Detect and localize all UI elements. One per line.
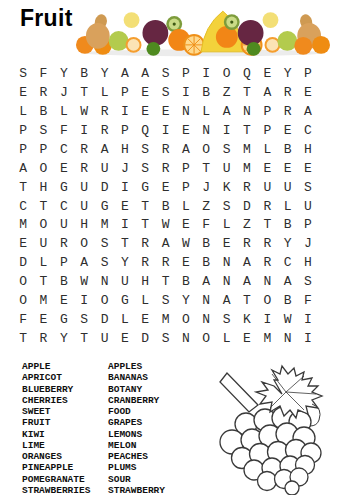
grid-cell: T xyxy=(13,178,33,197)
grid-cell: M xyxy=(33,291,53,310)
grid-cell: A xyxy=(74,253,94,272)
grid-cell: L xyxy=(13,102,33,121)
grid-cell: S xyxy=(94,253,114,272)
grid-cell: S xyxy=(298,178,318,197)
grid-cell: K xyxy=(216,178,236,197)
grid-cell: E xyxy=(237,329,257,348)
grid-cell: S xyxy=(74,310,94,329)
grid-cell: E xyxy=(277,121,297,140)
grid-cell: S xyxy=(216,310,236,329)
grid-cell: N xyxy=(237,102,257,121)
grid-cell: B xyxy=(176,272,196,291)
grid-cell: B xyxy=(277,216,297,235)
word-item: CRANBERRY xyxy=(108,395,165,406)
grid-cell: U xyxy=(33,234,53,253)
grid-cell: T xyxy=(135,216,155,235)
grid-cell: A xyxy=(216,291,236,310)
grid-cell: U xyxy=(277,178,297,197)
grapes-illustration xyxy=(212,360,332,495)
grid-cell: E xyxy=(176,121,196,140)
grid-cell: L xyxy=(257,140,277,159)
word-item: FRUIT xyxy=(22,417,108,428)
grid-cell: N xyxy=(176,329,196,348)
grid-cell: I xyxy=(257,310,277,329)
grid-cell: S xyxy=(155,329,175,348)
grid-cell: P xyxy=(54,253,74,272)
grid-cell: P xyxy=(298,216,318,235)
grid-cell: I xyxy=(115,178,135,197)
grid-cell: N xyxy=(216,253,236,272)
grid-cell: C xyxy=(54,140,74,159)
word-list-column-1: APPLEAPRICOTBLUEBERRYCHERRIESSWEETFRUITK… xyxy=(22,361,108,496)
grid-cell: M xyxy=(13,216,33,235)
grid-cell: P xyxy=(176,178,196,197)
grid-cell: Y xyxy=(94,64,114,83)
grid-cell: L xyxy=(115,310,135,329)
grid-cell: U xyxy=(74,197,94,216)
grid-cell: N xyxy=(277,329,297,348)
grid-cell: H xyxy=(135,272,155,291)
grid-cell: U xyxy=(54,216,74,235)
grid-cell: O xyxy=(257,291,277,310)
grid-cell: R xyxy=(33,83,53,102)
grid-cell: R xyxy=(257,197,277,216)
grid-cell: E xyxy=(216,234,236,253)
grid-cell: A xyxy=(277,272,297,291)
grid-cell: T xyxy=(237,291,257,310)
grid-cell: R xyxy=(237,234,257,253)
grid-cell: F xyxy=(33,64,53,83)
grid-cell: E xyxy=(54,291,74,310)
grid-cell: B xyxy=(54,272,74,291)
grid-cell: P xyxy=(33,140,53,159)
grid-cell: R xyxy=(135,234,155,253)
grid-cell: R xyxy=(74,159,94,178)
grid-cell: M xyxy=(155,310,175,329)
grid-cell: U xyxy=(94,329,114,348)
grid-cell: W xyxy=(155,216,175,235)
grid-cell: U xyxy=(257,178,277,197)
grid-cell: A xyxy=(155,234,175,253)
word-item: SOUR xyxy=(108,474,165,485)
grid-cell: E xyxy=(54,159,74,178)
grid-cell: E xyxy=(155,178,175,197)
grid-cell: B xyxy=(196,234,216,253)
grid-cell: E xyxy=(257,64,277,83)
grid-cell: I xyxy=(155,121,175,140)
grid-cell: U xyxy=(74,178,94,197)
grid-cell: S xyxy=(155,291,175,310)
grid-cell: E xyxy=(115,329,135,348)
word-item: BANANAS xyxy=(108,372,165,383)
grid-cell: P xyxy=(298,64,318,83)
word-item: APPLES xyxy=(108,361,165,372)
word-item: LIME xyxy=(22,440,108,451)
grid-cell: G xyxy=(94,197,114,216)
grid-cell: E xyxy=(13,234,33,253)
grid-cell: B xyxy=(155,197,175,216)
grid-cell: D xyxy=(94,178,114,197)
grid-cell: R xyxy=(257,253,277,272)
grid-cell: C xyxy=(277,253,297,272)
grid-cell: I xyxy=(216,121,236,140)
word-item: STRAWBERRY xyxy=(108,485,165,496)
word-item: MELON xyxy=(108,440,165,451)
grid-cell: W xyxy=(277,310,297,329)
grid-cell: R xyxy=(135,253,155,272)
grid-cell: T xyxy=(237,121,257,140)
grid-cell: H xyxy=(33,178,53,197)
grid-cell: R xyxy=(237,178,257,197)
grid-cell: S xyxy=(135,140,155,159)
grid-cell: R xyxy=(155,159,175,178)
grid-cell: I xyxy=(115,102,135,121)
word-item: PEACHES xyxy=(108,451,165,462)
worksheet-page: Fruit xyxy=(0,0,353,500)
grid-cell: N xyxy=(176,102,196,121)
grid-cell: E xyxy=(135,102,155,121)
grid-cell: M xyxy=(237,140,257,159)
grid-cell: A xyxy=(115,64,135,83)
grid-cell: U xyxy=(216,159,236,178)
grid-cell: Z xyxy=(196,197,216,216)
grid-cell: A xyxy=(298,102,318,121)
grid-cell: H xyxy=(298,253,318,272)
grid-cell: R xyxy=(257,234,277,253)
word-item: LEMONS xyxy=(108,429,165,440)
grid-cell: S xyxy=(216,140,236,159)
grid-cell: F xyxy=(13,310,33,329)
grid-cell: E xyxy=(115,197,135,216)
grid-cell: T xyxy=(33,197,53,216)
grid-cell: A xyxy=(196,272,216,291)
grid-cell: F xyxy=(196,216,216,235)
grid-cell: L xyxy=(54,102,74,121)
grid-cell: R xyxy=(277,83,297,102)
grid-cell: O xyxy=(94,291,114,310)
grid-cell: P xyxy=(13,121,33,140)
grid-cell: B xyxy=(277,140,297,159)
grid-cell: R xyxy=(94,121,114,140)
grid-cell: T xyxy=(196,159,216,178)
grid-cell: I xyxy=(298,329,318,348)
grid-cell: I xyxy=(115,216,135,235)
grid-cell: T xyxy=(237,83,257,102)
grid-cell: M xyxy=(237,159,257,178)
word-item: STRAWBERRIES xyxy=(22,485,108,496)
grid-cell: L xyxy=(33,253,53,272)
grid-cell: R xyxy=(155,253,175,272)
grid-cell: L xyxy=(277,197,297,216)
grid-cell: N xyxy=(196,291,216,310)
grid-cell: D xyxy=(237,197,257,216)
word-item: APRICOT xyxy=(22,372,108,383)
grid-cell: P xyxy=(115,121,135,140)
grid-cell: T xyxy=(33,272,53,291)
grid-cell: D xyxy=(135,329,155,348)
grid-cell: Q xyxy=(135,121,155,140)
grid-cell: C xyxy=(13,197,33,216)
grid-cell: E xyxy=(176,216,196,235)
grid-cell: B xyxy=(196,253,216,272)
grid-cell: R xyxy=(155,140,175,159)
grid-cell: L xyxy=(176,197,196,216)
grid-cell: A xyxy=(94,140,114,159)
grid-cell: E xyxy=(33,310,53,329)
grid-cell: E xyxy=(135,83,155,102)
word-item: PLUMS xyxy=(108,462,165,473)
grid-cell: O xyxy=(196,140,216,159)
grid-cell: T xyxy=(115,234,135,253)
grid-cell: R xyxy=(74,140,94,159)
grid-cell: B xyxy=(33,102,53,121)
grid-cell: I xyxy=(74,291,94,310)
grid-cell: S xyxy=(13,64,33,83)
grid-cell: A xyxy=(135,64,155,83)
word-item: SWEET xyxy=(22,406,108,417)
grid-cell: Y xyxy=(176,291,196,310)
grid-cell: U xyxy=(298,197,318,216)
grid-cell: P xyxy=(176,64,196,83)
grid-cell: E xyxy=(298,83,318,102)
grid-cell: Y xyxy=(54,329,74,348)
grid-cell: I xyxy=(176,83,196,102)
grid-cell: Y xyxy=(277,234,297,253)
grid-cell: O xyxy=(74,234,94,253)
word-item: GRAPES xyxy=(108,417,165,428)
grid-cell: S xyxy=(135,159,155,178)
grid-cell: T xyxy=(13,329,33,348)
grid-cell: E xyxy=(176,253,196,272)
grid-cell: O xyxy=(33,159,53,178)
grid-cell: B xyxy=(277,291,297,310)
grid-cell: S xyxy=(33,121,53,140)
grid-cell: P xyxy=(176,159,196,178)
grid-cell: R xyxy=(33,329,53,348)
grid-cell: L xyxy=(135,291,155,310)
grid-cell: R xyxy=(277,102,297,121)
grid-cell: E xyxy=(298,159,318,178)
word-item: FOOD xyxy=(108,406,165,417)
grid-cell: Z xyxy=(237,216,257,235)
grid-cell: P xyxy=(257,121,277,140)
grid-cell: N xyxy=(94,272,114,291)
grid-cell: G xyxy=(135,178,155,197)
word-item: CHERRIES xyxy=(22,395,108,406)
word-item: PINEAPPLE xyxy=(22,462,108,473)
grid-cell: R xyxy=(94,102,114,121)
word-item: KIWI xyxy=(22,429,108,440)
grid-cell: L xyxy=(94,83,114,102)
grid-cell: T xyxy=(135,197,155,216)
word-item: BLUEBERRY xyxy=(22,384,108,395)
grid-cell: T xyxy=(74,83,94,102)
grid-cell: O xyxy=(216,64,236,83)
grid-cell: R xyxy=(54,234,74,253)
grid-cell: U xyxy=(94,159,114,178)
grid-cell: K xyxy=(237,310,257,329)
grid-cell: Y xyxy=(115,253,135,272)
grid-cell: S xyxy=(216,197,236,216)
grid-cell: S xyxy=(298,272,318,291)
grid-cell: I xyxy=(74,121,94,140)
grid-cell: D xyxy=(13,253,33,272)
grid-cell: E xyxy=(257,159,277,178)
grid-cell: O xyxy=(13,272,33,291)
grid-cell: B xyxy=(196,83,216,102)
grid-cell: I xyxy=(196,64,216,83)
grid-cell: L xyxy=(216,216,236,235)
grid-cell: A xyxy=(216,102,236,121)
word-item: BOTANY xyxy=(108,384,165,395)
grid-cell: N xyxy=(196,121,216,140)
grid-cell: M xyxy=(94,216,114,235)
word-list-column-2: APPLESBANANASBOTANYCRANBERRYFOODGRAPESLE… xyxy=(108,361,165,496)
grid-cell: N xyxy=(216,272,236,291)
grid-cell: G xyxy=(54,178,74,197)
word-item: POMEGRANATE xyxy=(22,474,108,485)
grid-cell: E xyxy=(135,310,155,329)
grid-cell: P xyxy=(13,140,33,159)
grid-cell: W xyxy=(74,102,94,121)
grid-cell: E xyxy=(155,102,175,121)
grid-cell: M xyxy=(257,329,277,348)
grid-cell: G xyxy=(115,291,135,310)
grid-cell: Z xyxy=(216,83,236,102)
page-title: Fruit xyxy=(20,5,73,32)
word-item: ORANGES xyxy=(22,451,108,462)
grid-cell: A xyxy=(257,83,277,102)
grid-cell: A xyxy=(237,253,257,272)
word-item: APPLE xyxy=(22,361,108,372)
grid-cell: O xyxy=(196,329,216,348)
grid-cell: E xyxy=(277,159,297,178)
grid-cell: H xyxy=(74,216,94,235)
grid-cell: A xyxy=(237,272,257,291)
grid-cell: H xyxy=(298,140,318,159)
grid-cell: T xyxy=(257,216,277,235)
grid-cell: W xyxy=(74,272,94,291)
grid-cell: T xyxy=(155,272,175,291)
grid-cell: S xyxy=(155,64,175,83)
grid-cell: D xyxy=(94,310,114,329)
grid-cell: L xyxy=(216,329,236,348)
grid-cell: O xyxy=(176,310,196,329)
word-list: APPLEAPRICOTBLUEBERRYCHERRIESSWEETFRUITK… xyxy=(22,361,165,496)
grid-cell: W xyxy=(176,234,196,253)
grid-cell: G xyxy=(54,310,74,329)
grid-cell: C xyxy=(298,121,318,140)
grid-cell: Y xyxy=(54,64,74,83)
grid-cell: T xyxy=(74,329,94,348)
grid-cell: I xyxy=(298,310,318,329)
grid-cell: J xyxy=(115,159,135,178)
grid-cell: C xyxy=(54,197,74,216)
grid-cell: L xyxy=(196,102,216,121)
grid-cell: A xyxy=(176,140,196,159)
fruit-banner-image xyxy=(74,4,332,57)
grid-cell: E xyxy=(13,83,33,102)
grid-cell: H xyxy=(115,140,135,159)
grid-cell: F xyxy=(298,291,318,310)
grid-cell: A xyxy=(13,159,33,178)
grid-cell: P xyxy=(257,102,277,121)
grid-cell: J xyxy=(196,178,216,197)
grid-cell: J xyxy=(54,83,74,102)
grid-cell: Q xyxy=(237,64,257,83)
grid-cell: P xyxy=(115,83,135,102)
grid-cell: O xyxy=(13,291,33,310)
grid-cell: F xyxy=(54,121,74,140)
grid-cell: N xyxy=(257,272,277,291)
grid-cell: B xyxy=(74,64,94,83)
grid-cell: S xyxy=(155,83,175,102)
grid-cell: U xyxy=(115,272,135,291)
grid-cell: Y xyxy=(277,64,297,83)
grid-cell: S xyxy=(94,234,114,253)
grid-cell: J xyxy=(298,234,318,253)
word-search-grid: SFYBYAASPIOQEYPERJTLPESIBZTARELBLWRIEENL… xyxy=(13,64,318,348)
grid-cell: N xyxy=(196,310,216,329)
grid-cell: O xyxy=(33,216,53,235)
